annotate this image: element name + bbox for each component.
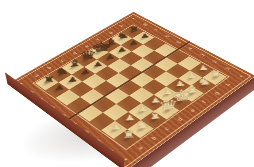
square-b2	[115, 112, 141, 129]
square-c2	[128, 103, 153, 120]
label-file-c-near: c	[163, 126, 170, 131]
label-file-g-near: g	[213, 91, 220, 96]
square-d3	[129, 87, 154, 103]
label-file-f-near: f	[201, 100, 207, 104]
square-a2	[101, 121, 127, 139]
square-b1	[127, 120, 153, 138]
label-file-d-near: d	[176, 117, 184, 122]
square-a6	[56, 90, 80, 106]
label-file-b-near: b	[150, 135, 158, 140]
frame-corner-dot	[240, 75, 243, 77]
square-e3	[142, 79, 166, 95]
square-a4	[78, 105, 103, 122]
square-d1	[154, 102, 180, 119]
square-c4	[105, 88, 130, 104]
square-b4	[91, 96, 116, 112]
square-b5	[80, 89, 104, 105]
label-file-e-near: e	[189, 108, 196, 113]
square-a1	[114, 129, 141, 148]
square-a3	[89, 113, 115, 130]
square-c5	[93, 81, 117, 96]
frame-corner-dot	[124, 158, 127, 160]
square-c1	[141, 111, 167, 128]
chess-set-photo: aa11bb22cc33dd44ee55ff66gg77hh88 ♜♞♝♛♚♝♞…	[0, 0, 254, 167]
square-d4	[117, 80, 141, 96]
label-file-a-near: a	[136, 145, 144, 150]
square-a5	[67, 97, 92, 113]
label-file-h-near: h	[225, 83, 232, 87]
square-c3	[116, 96, 141, 112]
square-b3	[103, 104, 128, 121]
